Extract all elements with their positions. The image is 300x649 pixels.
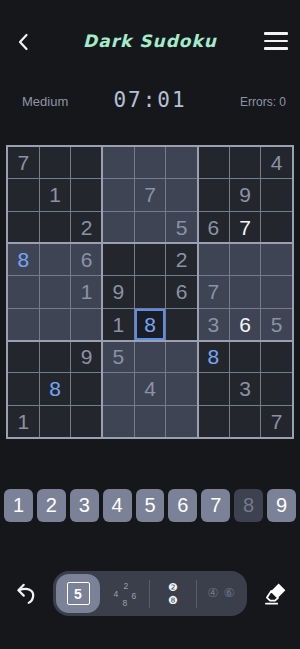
numpad-button-4[interactable]: 4 xyxy=(103,489,132,522)
hamburger-icon xyxy=(264,32,288,35)
undo-arrow-icon xyxy=(14,581,40,607)
cell-r9c9[interactable]: 7 xyxy=(261,406,292,437)
cell-r4c5[interactable] xyxy=(135,244,166,275)
numpad-button-7[interactable]: 7 xyxy=(201,489,230,522)
cell-r4c8[interactable] xyxy=(230,244,261,275)
circle-notes-icon: ④⑥ xyxy=(207,587,234,600)
cell-r8c9[interactable] xyxy=(261,373,292,404)
header: Dark Sudoku xyxy=(0,28,300,56)
cell-r4c1[interactable]: 8 xyxy=(8,244,39,275)
cell-r2c3[interactable] xyxy=(71,179,102,210)
mode-circle-notes-button[interactable]: ④⑥ xyxy=(197,574,245,613)
cell-r9c5[interactable] xyxy=(135,406,166,437)
filled-circle-digit: ❷ xyxy=(168,582,178,593)
cell-r9c3[interactable] xyxy=(71,406,102,437)
cell-r1c9[interactable]: 4 xyxy=(261,147,292,178)
cell-r8c8[interactable]: 3 xyxy=(230,373,261,404)
cell-r7c8[interactable] xyxy=(230,341,261,372)
cell-r9c4[interactable] xyxy=(103,406,134,437)
numpad-button-3[interactable]: 3 xyxy=(70,489,99,522)
cell-r8c4[interactable] xyxy=(103,373,134,404)
cell-r6c2[interactable] xyxy=(40,309,71,340)
board-container: 74179256786219671836595884317 xyxy=(6,145,294,439)
mode-center-notes-button[interactable]: ❷❽ xyxy=(150,574,196,613)
cell-r1c5[interactable] xyxy=(135,147,166,178)
cell-r3c2[interactable] xyxy=(40,212,71,243)
cell-r5c3[interactable]: 1 xyxy=(71,276,102,307)
eraser-icon xyxy=(262,580,289,607)
cell-r6c1[interactable] xyxy=(8,309,39,340)
cell-r5c6[interactable]: 6 xyxy=(166,276,197,307)
cell-r7c6[interactable] xyxy=(166,341,197,372)
cell-r9c1[interactable]: 1 xyxy=(8,406,39,437)
numpad-button-8[interactable]: 8 xyxy=(234,489,263,522)
cell-r2c6[interactable] xyxy=(166,179,197,210)
cell-r1c2[interactable] xyxy=(40,147,71,178)
errors-counter: Errors: 0 xyxy=(240,95,286,109)
cell-r5c2[interactable] xyxy=(40,276,71,307)
cell-r4c3[interactable]: 6 xyxy=(71,244,102,275)
outlined-circle-digit: ④ xyxy=(207,587,218,600)
cell-r4c6[interactable]: 2 xyxy=(166,244,197,275)
cell-r6c4[interactable]: 1 xyxy=(103,309,134,340)
undo-button[interactable] xyxy=(14,581,40,607)
cell-r2c8[interactable]: 9 xyxy=(230,179,261,210)
cell-r5c9[interactable] xyxy=(261,276,292,307)
numpad-button-6[interactable]: 6 xyxy=(168,489,197,522)
cell-r4c7[interactable] xyxy=(198,244,229,275)
numpad-button-2[interactable]: 2 xyxy=(37,489,66,522)
menu-button[interactable] xyxy=(264,32,288,50)
number-pad: 123456789 xyxy=(4,489,296,522)
cell-r3c5[interactable] xyxy=(135,212,166,243)
numpad-button-9[interactable]: 9 xyxy=(267,489,296,522)
cell-r2c2[interactable]: 1 xyxy=(40,179,71,210)
cell-r3c3[interactable]: 2 xyxy=(71,212,102,243)
outlined-circle-digit: ⑥ xyxy=(224,587,235,600)
normal-mode-icon: 5 xyxy=(67,582,90,605)
cell-r6c6[interactable] xyxy=(166,309,197,340)
stats-bar: Medium 07:01 Errors: 0 xyxy=(0,88,300,114)
cell-r8c5[interactable]: 4 xyxy=(135,373,166,404)
mode-normal-button[interactable]: 5 xyxy=(56,574,100,613)
app-title: Dark Sudoku xyxy=(0,31,300,51)
cell-r9c7[interactable] xyxy=(198,406,229,437)
cell-r5c4[interactable]: 9 xyxy=(103,276,134,307)
cell-r3c8[interactable]: 7 xyxy=(230,212,261,243)
cell-r1c8[interactable] xyxy=(230,147,261,178)
cell-r3c1[interactable] xyxy=(8,212,39,243)
input-mode-selector: 5 2468 ❷❽ ④⑥ xyxy=(53,571,247,616)
cell-r1c4[interactable] xyxy=(103,147,134,178)
cell-r7c2[interactable] xyxy=(40,341,71,372)
filled-circle-digit: ❽ xyxy=(168,595,178,606)
cell-r8c7[interactable] xyxy=(198,373,229,404)
cell-r7c3[interactable]: 9 xyxy=(71,341,102,372)
cell-r6c3[interactable] xyxy=(71,309,102,340)
cell-r8c6[interactable] xyxy=(166,373,197,404)
cell-r5c5[interactable] xyxy=(135,276,166,307)
bottom-toolbar: 5 2468 ❷❽ ④⑥ xyxy=(0,570,300,618)
cell-r6c8[interactable]: 6 xyxy=(230,309,261,340)
cell-r2c9[interactable] xyxy=(261,179,292,210)
cell-r3c6[interactable]: 5 xyxy=(166,212,197,243)
cell-r8c2[interactable]: 8 xyxy=(40,373,71,404)
normal-mode-digit: 5 xyxy=(74,586,82,602)
corner-note-digit: 4 xyxy=(114,589,119,599)
numpad-button-5[interactable]: 5 xyxy=(136,489,165,522)
cell-r9c2[interactable] xyxy=(40,406,71,437)
cell-r7c1[interactable] xyxy=(8,341,39,372)
cell-r8c1[interactable] xyxy=(8,373,39,404)
corner-note-digit: 2 xyxy=(124,581,129,591)
cell-r7c4[interactable]: 5 xyxy=(103,341,134,372)
corner-note-digit: 6 xyxy=(132,591,137,601)
cell-r5c8[interactable] xyxy=(230,276,261,307)
cell-r6c9[interactable]: 5 xyxy=(261,309,292,340)
cell-r1c3[interactable] xyxy=(71,147,102,178)
cell-r4c9[interactable] xyxy=(261,244,292,275)
cell-r7c9[interactable] xyxy=(261,341,292,372)
corner-notes-icon: 2468 xyxy=(112,581,138,607)
cell-r5c1[interactable] xyxy=(8,276,39,307)
cell-r6c7[interactable]: 3 xyxy=(198,309,229,340)
numpad-button-1[interactable]: 1 xyxy=(4,489,33,522)
cell-r6c5[interactable]: 8 xyxy=(135,309,166,340)
cell-r2c1[interactable] xyxy=(8,179,39,210)
cell-r1c7[interactable] xyxy=(198,147,229,178)
cell-r1c6[interactable] xyxy=(166,147,197,178)
cell-r3c7[interactable]: 6 xyxy=(198,212,229,243)
corner-note-digit: 8 xyxy=(123,598,128,608)
cell-r2c7[interactable] xyxy=(198,179,229,210)
cell-r2c5[interactable]: 7 xyxy=(135,179,166,210)
cell-r4c4[interactable] xyxy=(103,244,134,275)
eraser-button[interactable] xyxy=(262,580,289,607)
cell-r9c6[interactable] xyxy=(166,406,197,437)
cell-r3c9[interactable] xyxy=(261,212,292,243)
cell-r9c8[interactable] xyxy=(230,406,261,437)
center-notes-icon: ❷❽ xyxy=(168,582,178,606)
app-screen: Dark Sudoku Medium 07:01 Errors: 0 74179… xyxy=(0,0,300,649)
cell-r4c2[interactable] xyxy=(40,244,71,275)
mode-corner-notes-button[interactable]: 2468 xyxy=(100,574,149,613)
cell-r2c4[interactable] xyxy=(103,179,134,210)
cell-r8c3[interactable] xyxy=(71,373,102,404)
cell-r5c7[interactable]: 7 xyxy=(198,276,229,307)
cell-r1c1[interactable]: 7 xyxy=(8,147,39,178)
cell-r7c7[interactable]: 8 xyxy=(198,341,229,372)
sudoku-board: 74179256786219671836595884317 xyxy=(6,145,294,439)
cell-r3c4[interactable] xyxy=(103,212,134,243)
cell-r7c5[interactable] xyxy=(135,341,166,372)
